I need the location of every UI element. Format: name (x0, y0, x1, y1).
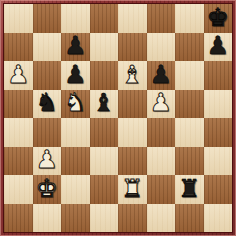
square-f7[interactable] (147, 33, 176, 62)
square-c7[interactable]: ♟ (61, 33, 90, 62)
square-b3[interactable]: ♟ (33, 147, 62, 176)
black-knight[interactable]: ♞ (36, 90, 58, 115)
square-h6[interactable] (204, 61, 233, 90)
square-f1[interactable] (147, 204, 176, 233)
square-g2[interactable]: ♜ (175, 175, 204, 204)
square-b7[interactable] (33, 33, 62, 62)
square-h8[interactable]: ♚ (204, 4, 233, 33)
square-f2[interactable] (147, 175, 176, 204)
square-f8[interactable] (147, 4, 176, 33)
square-b8[interactable] (33, 4, 62, 33)
square-d1[interactable] (90, 204, 119, 233)
square-g3[interactable] (175, 147, 204, 176)
square-d6[interactable] (90, 61, 119, 90)
black-pawn[interactable]: ♟ (64, 33, 86, 58)
chess-board: ♚♟♟♟♟♝♟♞♞♝♟♟♚♜♜ (4, 4, 232, 232)
square-g7[interactable] (175, 33, 204, 62)
square-g8[interactable] (175, 4, 204, 33)
square-e1[interactable] (118, 204, 147, 233)
square-c2[interactable] (61, 175, 90, 204)
square-d8[interactable] (90, 4, 119, 33)
square-b1[interactable] (33, 204, 62, 233)
square-d4[interactable] (90, 118, 119, 147)
square-e8[interactable] (118, 4, 147, 33)
square-d7[interactable] (90, 33, 119, 62)
square-b6[interactable] (33, 61, 62, 90)
black-pawn[interactable]: ♟ (207, 33, 229, 58)
square-f3[interactable] (147, 147, 176, 176)
square-g4[interactable] (175, 118, 204, 147)
square-a7[interactable] (4, 33, 33, 62)
square-e2[interactable]: ♜ (118, 175, 147, 204)
square-f4[interactable] (147, 118, 176, 147)
white-knight[interactable]: ♞ (64, 90, 86, 115)
square-a2[interactable] (4, 175, 33, 204)
square-f5[interactable]: ♟ (147, 90, 176, 119)
square-c3[interactable] (61, 147, 90, 176)
black-pawn[interactable]: ♟ (64, 62, 86, 87)
white-pawn[interactable]: ♟ (7, 62, 29, 87)
square-e7[interactable] (118, 33, 147, 62)
black-bishop[interactable]: ♝ (93, 90, 115, 115)
square-b4[interactable] (33, 118, 62, 147)
square-a4[interactable] (4, 118, 33, 147)
square-h7[interactable]: ♟ (204, 33, 233, 62)
square-a6[interactable]: ♟ (4, 61, 33, 90)
square-a1[interactable] (4, 204, 33, 233)
square-d2[interactable] (90, 175, 119, 204)
square-a8[interactable] (4, 4, 33, 33)
square-g6[interactable] (175, 61, 204, 90)
square-g5[interactable] (175, 90, 204, 119)
white-king[interactable]: ♚ (36, 176, 58, 201)
square-b2[interactable]: ♚ (33, 175, 62, 204)
square-e5[interactable] (118, 90, 147, 119)
square-g1[interactable] (175, 204, 204, 233)
square-b5[interactable]: ♞ (33, 90, 62, 119)
square-f6[interactable]: ♟ (147, 61, 176, 90)
white-bishop[interactable]: ♝ (121, 62, 143, 87)
square-a5[interactable] (4, 90, 33, 119)
square-h1[interactable] (204, 204, 233, 233)
square-h2[interactable] (204, 175, 233, 204)
square-e3[interactable] (118, 147, 147, 176)
square-e4[interactable] (118, 118, 147, 147)
white-pawn[interactable]: ♟ (150, 90, 172, 115)
board-frame: ♚♟♟♟♟♝♟♞♞♝♟♟♚♜♜ (0, 0, 236, 236)
white-pawn[interactable]: ♟ (36, 147, 58, 172)
square-d3[interactable] (90, 147, 119, 176)
square-a3[interactable] (4, 147, 33, 176)
white-rook[interactable]: ♜ (121, 176, 143, 201)
square-h4[interactable] (204, 118, 233, 147)
square-e6[interactable]: ♝ (118, 61, 147, 90)
square-d5[interactable]: ♝ (90, 90, 119, 119)
square-h5[interactable] (204, 90, 233, 119)
black-king[interactable]: ♚ (207, 5, 229, 30)
square-c4[interactable] (61, 118, 90, 147)
square-c1[interactable] (61, 204, 90, 233)
square-c5[interactable]: ♞ (61, 90, 90, 119)
black-rook[interactable]: ♜ (178, 176, 200, 201)
square-c6[interactable]: ♟ (61, 61, 90, 90)
square-h3[interactable] (204, 147, 233, 176)
square-c8[interactable] (61, 4, 90, 33)
black-pawn[interactable]: ♟ (150, 62, 172, 87)
